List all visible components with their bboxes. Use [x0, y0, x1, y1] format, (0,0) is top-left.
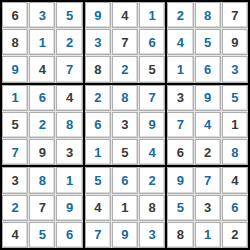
- cell-r4c4[interactable]: 2: [85, 85, 111, 111]
- sudoku-box-5: 287639154: [85, 85, 166, 166]
- cell-r8c2[interactable]: 7: [29, 195, 55, 221]
- cell-r6c7[interactable]: 6: [167, 139, 193, 165]
- cell-r9c1[interactable]: 4: [2, 222, 28, 248]
- cell-r7c8[interactable]: 7: [195, 167, 221, 193]
- sudoku-box-7: 381279456: [2, 167, 83, 248]
- cell-r7c6[interactable]: 2: [139, 167, 165, 193]
- sudoku-box-1: 635812947: [2, 2, 83, 83]
- cell-r1c6[interactable]: 1: [139, 2, 165, 28]
- sudoku-box-4: 164528793: [2, 85, 83, 166]
- cell-r5c3[interactable]: 8: [56, 112, 82, 138]
- cell-r2c5[interactable]: 7: [112, 29, 138, 55]
- cell-r9c8[interactable]: 1: [195, 222, 221, 248]
- cell-r8c3[interactable]: 9: [56, 195, 82, 221]
- cell-r3c9[interactable]: 3: [222, 56, 248, 82]
- cell-r4c3[interactable]: 4: [56, 85, 82, 111]
- cell-r2c9[interactable]: 9: [222, 29, 248, 55]
- cell-r2c4[interactable]: 3: [85, 29, 111, 55]
- cell-r5c5[interactable]: 3: [112, 112, 138, 138]
- cell-r1c7[interactable]: 2: [167, 2, 193, 28]
- cell-r6c5[interactable]: 5: [112, 139, 138, 165]
- cell-r9c3[interactable]: 6: [56, 222, 82, 248]
- cell-r2c1[interactable]: 8: [2, 29, 28, 55]
- cell-r5c8[interactable]: 4: [195, 112, 221, 138]
- cell-r8c4[interactable]: 4: [85, 195, 111, 221]
- cell-r2c2[interactable]: 1: [29, 29, 55, 55]
- cell-r9c6[interactable]: 3: [139, 222, 165, 248]
- cell-r9c5[interactable]: 9: [112, 222, 138, 248]
- cell-r3c2[interactable]: 4: [29, 56, 55, 82]
- cell-r4c2[interactable]: 6: [29, 85, 55, 111]
- cell-r7c3[interactable]: 1: [56, 167, 82, 193]
- cell-r7c4[interactable]: 5: [85, 167, 111, 193]
- cell-r4c6[interactable]: 7: [139, 85, 165, 111]
- cell-r5c1[interactable]: 5: [2, 112, 28, 138]
- sudoku-box-8: 562418793: [85, 167, 166, 248]
- cell-r2c7[interactable]: 4: [167, 29, 193, 55]
- cell-r6c2[interactable]: 9: [29, 139, 55, 165]
- cell-r2c8[interactable]: 5: [195, 29, 221, 55]
- cell-r3c5[interactable]: 2: [112, 56, 138, 82]
- cell-r7c2[interactable]: 8: [29, 167, 55, 193]
- cell-r1c4[interactable]: 9: [85, 2, 111, 28]
- cell-r7c9[interactable]: 4: [222, 167, 248, 193]
- cell-r7c7[interactable]: 9: [167, 167, 193, 193]
- cell-r3c8[interactable]: 6: [195, 56, 221, 82]
- cell-r4c1[interactable]: 1: [2, 85, 28, 111]
- cell-r1c9[interactable]: 7: [222, 2, 248, 28]
- cell-r7c5[interactable]: 6: [112, 167, 138, 193]
- cell-r4c5[interactable]: 8: [112, 85, 138, 111]
- cell-r4c8[interactable]: 9: [195, 85, 221, 111]
- cell-r5c6[interactable]: 9: [139, 112, 165, 138]
- cell-r9c7[interactable]: 8: [167, 222, 193, 248]
- cell-r8c7[interactable]: 5: [167, 195, 193, 221]
- cell-r7c1[interactable]: 3: [2, 167, 28, 193]
- cell-r5c4[interactable]: 6: [85, 112, 111, 138]
- sudoku-box-2: 941376825: [85, 2, 166, 83]
- cell-r5c2[interactable]: 2: [29, 112, 55, 138]
- cell-r3c4[interactable]: 8: [85, 56, 111, 82]
- cell-r5c9[interactable]: 1: [222, 112, 248, 138]
- cell-r5c7[interactable]: 7: [167, 112, 193, 138]
- sudoku-box-6: 395741628: [167, 85, 248, 166]
- cell-r1c2[interactable]: 3: [29, 2, 55, 28]
- cell-r4c7[interactable]: 3: [167, 85, 193, 111]
- cell-r9c9[interactable]: 2: [222, 222, 248, 248]
- sudoku-board: 6358129479413768252874591631645287932876…: [0, 0, 250, 250]
- sudoku-box-3: 287459163: [167, 2, 248, 83]
- cell-r8c8[interactable]: 3: [195, 195, 221, 221]
- cell-r1c8[interactable]: 8: [195, 2, 221, 28]
- cell-r8c9[interactable]: 6: [222, 195, 248, 221]
- cell-r6c4[interactable]: 1: [85, 139, 111, 165]
- cell-r2c3[interactable]: 2: [56, 29, 82, 55]
- cell-r6c8[interactable]: 2: [195, 139, 221, 165]
- cell-r6c9[interactable]: 8: [222, 139, 248, 165]
- cell-r3c6[interactable]: 5: [139, 56, 165, 82]
- cell-r8c6[interactable]: 8: [139, 195, 165, 221]
- cell-r3c3[interactable]: 7: [56, 56, 82, 82]
- sudoku-box-9: 974536812: [167, 167, 248, 248]
- cell-r1c1[interactable]: 6: [2, 2, 28, 28]
- cell-r9c4[interactable]: 7: [85, 222, 111, 248]
- cell-r3c7[interactable]: 1: [167, 56, 193, 82]
- cell-r2c6[interactable]: 6: [139, 29, 165, 55]
- cell-r1c3[interactable]: 5: [56, 2, 82, 28]
- cell-r1c5[interactable]: 4: [112, 2, 138, 28]
- cell-r9c2[interactable]: 5: [29, 222, 55, 248]
- cell-r3c1[interactable]: 9: [2, 56, 28, 82]
- cell-r4c9[interactable]: 5: [222, 85, 248, 111]
- cell-r6c3[interactable]: 3: [56, 139, 82, 165]
- cell-r8c1[interactable]: 2: [2, 195, 28, 221]
- cell-r8c5[interactable]: 1: [112, 195, 138, 221]
- cell-r6c6[interactable]: 4: [139, 139, 165, 165]
- cell-r6c1[interactable]: 7: [2, 139, 28, 165]
